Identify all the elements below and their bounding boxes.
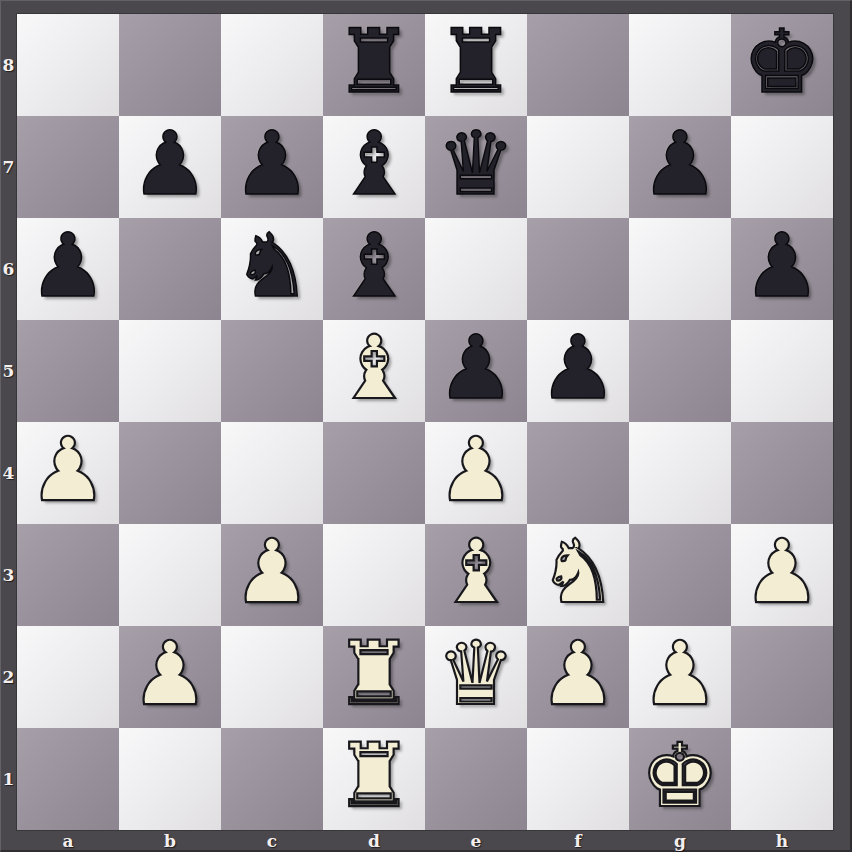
- piece-black-pawn[interactable]: ♟: [233, 120, 312, 208]
- rank-label-4: 4: [0, 422, 17, 524]
- square-e5[interactable]: ♟: [425, 320, 527, 422]
- square-h6[interactable]: ♟: [731, 218, 833, 320]
- square-c8[interactable]: [221, 14, 323, 116]
- piece-black-queen[interactable]: ♛: [437, 120, 516, 208]
- square-c1[interactable]: [221, 728, 323, 830]
- square-h4[interactable]: [731, 422, 833, 524]
- square-h1[interactable]: [731, 728, 833, 830]
- square-e3[interactable]: ♝: [425, 524, 527, 626]
- square-g7[interactable]: ♟: [629, 116, 731, 218]
- piece-white-bishop[interactable]: ♝: [335, 324, 414, 412]
- square-c7[interactable]: ♟: [221, 116, 323, 218]
- chessboard-frame: 87654321 ♜♜♚♟♟♝♛♟♟♞♝♟♝♟♟♟♟♟♝♞♟♟♜♛♟♟♜♚ ab…: [0, 0, 852, 852]
- square-d1[interactable]: ♜: [323, 728, 425, 830]
- square-f7[interactable]: [527, 116, 629, 218]
- piece-white-pawn[interactable]: ♟: [539, 630, 618, 718]
- piece-white-knight[interactable]: ♞: [539, 528, 618, 616]
- piece-black-pawn[interactable]: ♟: [641, 120, 720, 208]
- file-label-b: b: [119, 830, 221, 852]
- square-b2[interactable]: ♟: [119, 626, 221, 728]
- square-e7[interactable]: ♛: [425, 116, 527, 218]
- piece-white-pawn[interactable]: ♟: [641, 630, 720, 718]
- piece-black-pawn[interactable]: ♟: [539, 324, 618, 412]
- piece-white-rook[interactable]: ♜: [335, 732, 414, 820]
- square-h3[interactable]: ♟: [731, 524, 833, 626]
- square-b7[interactable]: ♟: [119, 116, 221, 218]
- square-g5[interactable]: [629, 320, 731, 422]
- square-f4[interactable]: [527, 422, 629, 524]
- square-a6[interactable]: ♟: [17, 218, 119, 320]
- square-e4[interactable]: ♟: [425, 422, 527, 524]
- square-g6[interactable]: [629, 218, 731, 320]
- piece-black-pawn[interactable]: ♟: [131, 120, 210, 208]
- file-label-e: e: [425, 830, 527, 852]
- square-c2[interactable]: [221, 626, 323, 728]
- square-a4[interactable]: ♟: [17, 422, 119, 524]
- square-d5[interactable]: ♝: [323, 320, 425, 422]
- square-a1[interactable]: [17, 728, 119, 830]
- square-h7[interactable]: [731, 116, 833, 218]
- piece-white-pawn[interactable]: ♟: [743, 528, 822, 616]
- piece-white-pawn[interactable]: ♟: [233, 528, 312, 616]
- piece-white-king[interactable]: ♚: [641, 732, 720, 820]
- piece-white-rook[interactable]: ♜: [335, 630, 414, 718]
- piece-black-bishop[interactable]: ♝: [335, 222, 414, 310]
- square-a3[interactable]: [17, 524, 119, 626]
- square-a8[interactable]: [17, 14, 119, 116]
- square-e1[interactable]: [425, 728, 527, 830]
- square-b8[interactable]: [119, 14, 221, 116]
- piece-black-pawn[interactable]: ♟: [743, 222, 822, 310]
- file-label-f: f: [527, 830, 629, 852]
- square-f6[interactable]: [527, 218, 629, 320]
- chess-board: ♜♜♚♟♟♝♛♟♟♞♝♟♝♟♟♟♟♟♝♞♟♟♜♛♟♟♜♚: [17, 14, 833, 830]
- rank-labels-column: 87654321: [0, 14, 17, 830]
- rank-label-2: 2: [0, 626, 17, 728]
- square-g1[interactable]: ♚: [629, 728, 731, 830]
- piece-black-rook[interactable]: ♜: [437, 18, 516, 106]
- square-g4[interactable]: [629, 422, 731, 524]
- square-b3[interactable]: [119, 524, 221, 626]
- square-h5[interactable]: [731, 320, 833, 422]
- square-f1[interactable]: [527, 728, 629, 830]
- square-a7[interactable]: [17, 116, 119, 218]
- square-g8[interactable]: [629, 14, 731, 116]
- square-f8[interactable]: [527, 14, 629, 116]
- file-label-a: a: [17, 830, 119, 852]
- piece-black-rook[interactable]: ♜: [335, 18, 414, 106]
- rank-label-1: 1: [0, 728, 17, 830]
- piece-white-bishop[interactable]: ♝: [437, 528, 516, 616]
- square-e8[interactable]: ♜: [425, 14, 527, 116]
- square-c6[interactable]: ♞: [221, 218, 323, 320]
- piece-black-knight[interactable]: ♞: [233, 222, 312, 310]
- file-label-d: d: [323, 830, 425, 852]
- square-b1[interactable]: [119, 728, 221, 830]
- square-c3[interactable]: ♟: [221, 524, 323, 626]
- square-g2[interactable]: ♟: [629, 626, 731, 728]
- rank-label-7: 7: [0, 116, 17, 218]
- square-h8[interactable]: ♚: [731, 14, 833, 116]
- piece-white-pawn[interactable]: ♟: [131, 630, 210, 718]
- square-d4[interactable]: [323, 422, 425, 524]
- piece-black-king[interactable]: ♚: [743, 18, 822, 106]
- square-h2[interactable]: [731, 626, 833, 728]
- square-c5[interactable]: [221, 320, 323, 422]
- rank-label-3: 3: [0, 524, 17, 626]
- piece-white-pawn[interactable]: ♟: [437, 426, 516, 514]
- file-label-g: g: [629, 830, 731, 852]
- square-b6[interactable]: [119, 218, 221, 320]
- piece-white-queen[interactable]: ♛: [437, 630, 516, 718]
- piece-white-pawn[interactable]: ♟: [29, 426, 108, 514]
- rank-label-6: 6: [0, 218, 17, 320]
- piece-black-pawn[interactable]: ♟: [29, 222, 108, 310]
- piece-black-pawn[interactable]: ♟: [437, 324, 516, 412]
- piece-black-bishop[interactable]: ♝: [335, 120, 414, 208]
- square-f2[interactable]: ♟: [527, 626, 629, 728]
- file-label-c: c: [221, 830, 323, 852]
- rank-label-8: 8: [0, 14, 17, 116]
- file-labels-row: abcdefgh: [17, 830, 833, 852]
- rank-label-5: 5: [0, 320, 17, 422]
- square-g3[interactable]: [629, 524, 731, 626]
- square-a5[interactable]: [17, 320, 119, 422]
- square-a2[interactable]: [17, 626, 119, 728]
- square-c4[interactable]: [221, 422, 323, 524]
- square-e2[interactable]: ♛: [425, 626, 527, 728]
- square-b5[interactable]: [119, 320, 221, 422]
- square-f5[interactable]: ♟: [527, 320, 629, 422]
- square-d2[interactable]: ♜: [323, 626, 425, 728]
- square-d7[interactable]: ♝: [323, 116, 425, 218]
- square-b4[interactable]: [119, 422, 221, 524]
- square-d6[interactable]: ♝: [323, 218, 425, 320]
- square-d8[interactable]: ♜: [323, 14, 425, 116]
- square-e6[interactable]: [425, 218, 527, 320]
- square-d3[interactable]: [323, 524, 425, 626]
- square-f3[interactable]: ♞: [527, 524, 629, 626]
- file-label-h: h: [731, 830, 833, 852]
